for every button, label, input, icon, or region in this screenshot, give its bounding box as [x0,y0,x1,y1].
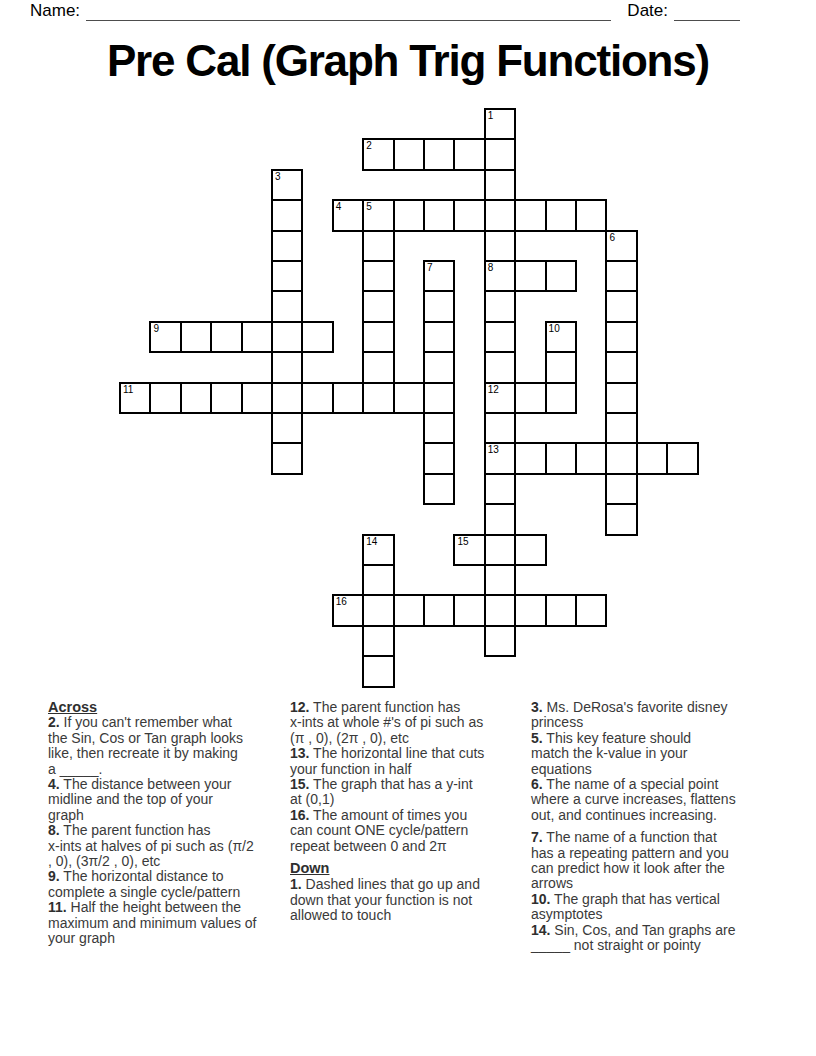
cell-r5c13[interactable] [514,260,546,292]
cell-r3c9[interactable] [393,199,425,231]
clue-number: 4. [48,776,60,792]
clue-across-8: 8. The parent function hasx-ints at halv… [48,823,282,869]
cell-r7c10[interactable] [423,321,455,353]
clue-across-13: 13. The horizontal line that cutsyour fu… [290,746,528,777]
cell-r6c16[interactable] [605,290,637,322]
cell-r10c12[interactable] [484,412,516,444]
down-header: Down [290,861,528,876]
clue-number: 15. [290,776,309,792]
cell-number-8: 8 [488,262,494,273]
cell-r16c15[interactable] [575,594,607,626]
clue-across-16: 16. The amount of times youcan count ONE… [290,808,528,854]
clue-column-1: Across2. If you can't remember whatthe S… [48,700,282,947]
cell-r9c14[interactable] [545,382,577,414]
cell-r6c5[interactable] [271,290,303,322]
cell-r16c7[interactable]: 16 [332,594,364,626]
clue-number: 13. [290,745,309,761]
cell-number-6: 6 [609,232,615,243]
clue-down-14: 14. Sin, Cos, and Tan graphs are_____ no… [531,923,771,954]
cell-r7c1[interactable]: 9 [149,321,181,353]
cell-r9c10[interactable] [423,382,455,414]
clue-number: 14. [531,922,550,938]
clue-across-4: 4. The distance between yourmidline and … [48,777,282,823]
cell-number-12: 12 [488,384,499,395]
cell-r7c8[interactable] [362,321,394,353]
clue-number: 9. [48,868,60,884]
cell-r11c16[interactable] [605,442,637,474]
cell-r14c12[interactable] [484,534,516,566]
cell-r15c8[interactable] [362,564,394,596]
cell-r7c14[interactable]: 10 [545,321,577,353]
cell-r16c12[interactable] [484,594,516,626]
cell-r12c12[interactable] [484,473,516,505]
cell-r3c11[interactable] [453,199,485,231]
clue-across-11: 11. Half the height between themaximum a… [48,900,282,946]
cell-r3c15[interactable] [575,199,607,231]
clue-number: 6. [531,776,543,792]
clue-down-5: 5. This key feature shouldmatch the k-va… [531,731,771,777]
cell-r9c5[interactable] [271,382,303,414]
cell-r9c6[interactable] [301,382,333,414]
clue-across-15: 15. The graph that has a y-intat (0,1) [290,777,528,808]
cell-r16c9[interactable] [393,594,425,626]
cell-r11c5[interactable] [271,442,303,474]
cell-r8c16[interactable] [605,351,637,383]
worksheet-page: Name: Date: Pre Cal (Graph Trig Function… [0,0,816,1056]
clue-number: 7. [531,829,543,845]
cell-r0c12[interactable]: 1 [484,108,516,140]
cell-r9c9[interactable] [393,382,425,414]
cell-number-3: 3 [275,171,281,182]
cell-r9c7[interactable] [332,382,364,414]
date-label: Date: [627,1,668,21]
cell-r16c11[interactable] [453,594,485,626]
cell-r18c8[interactable] [362,655,394,687]
cell-r8c8[interactable] [362,351,394,383]
cell-r17c8[interactable] [362,625,394,657]
cell-number-14: 14 [366,536,377,547]
cell-r5c8[interactable] [362,260,394,292]
cell-r16c14[interactable] [545,594,577,626]
cell-r14c13[interactable] [514,534,546,566]
cell-r15c12[interactable] [484,564,516,596]
cell-number-15: 15 [457,536,468,547]
clue-down-6: 6. The name of a special pointwhere a cu… [531,777,771,823]
crossword-grid: 12345678910111213141516 [119,108,699,688]
clue-down-7: 7. The name of a function thathas a repe… [531,830,771,892]
clue-number: 8. [48,822,60,838]
cell-r7c5[interactable] [271,321,303,353]
cell-r8c12[interactable] [484,351,516,383]
cell-r7c16[interactable] [605,321,637,353]
cell-r1c9[interactable] [393,138,425,170]
cell-number-16: 16 [336,596,347,607]
cell-r1c12[interactable] [484,138,516,170]
cell-r7c6[interactable] [301,321,333,353]
cell-r11c18[interactable] [666,442,698,474]
cell-r14c8[interactable]: 14 [362,534,394,566]
cell-r11c13[interactable] [514,442,546,474]
cell-number-7: 7 [427,262,433,273]
cell-r4c8[interactable] [362,230,394,262]
cell-r8c5[interactable] [271,351,303,383]
clue-down-1: 1. Dashed lines that go up anddown that … [290,877,528,923]
cell-r9c3[interactable] [210,382,242,414]
cell-r1c10[interactable] [423,138,455,170]
cell-r13c16[interactable] [605,503,637,535]
cell-number-10: 10 [549,323,560,334]
cell-r11c14[interactable] [545,442,577,474]
clue-down-10: 10. The graph that has verticalasymptote… [531,892,771,923]
cell-r9c0[interactable]: 11 [119,382,151,414]
cell-r16c10[interactable] [423,594,455,626]
cell-r5c10[interactable]: 7 [423,260,455,292]
cell-r5c16[interactable] [605,260,637,292]
cell-r11c15[interactable] [575,442,607,474]
cell-r10c5[interactable] [271,412,303,444]
clue-across-12: 12. The parent function hasx-ints at who… [290,700,528,746]
cell-r8c14[interactable] [545,351,577,383]
cell-r9c8[interactable] [362,382,394,414]
cell-r10c16[interactable] [605,412,637,444]
clue-number: 10. [531,891,550,907]
cell-r7c2[interactable] [180,321,212,353]
across-header: Across [48,700,282,715]
cell-r16c13[interactable] [514,594,546,626]
cell-r3c12[interactable] [484,199,516,231]
clue-number: 1. [290,876,302,892]
cell-r17c12[interactable] [484,625,516,657]
cell-number-9: 9 [153,323,159,334]
cell-r11c12[interactable]: 13 [484,442,516,474]
cell-number-5: 5 [366,201,372,212]
cell-r6c8[interactable] [362,290,394,322]
cell-r1c11[interactable] [453,138,485,170]
clue-number: 3. [531,699,543,715]
cell-r12c16[interactable] [605,473,637,505]
cell-r3c8[interactable]: 5 [362,199,394,231]
cell-r14c11[interactable]: 15 [453,534,485,566]
cell-r7c4[interactable] [241,321,273,353]
cell-r11c10[interactable] [423,442,455,474]
name-date-row: Name: Date: [30,3,740,21]
clue-number: 2. [48,714,60,730]
cell-number-4: 4 [336,201,342,212]
cell-r6c12[interactable] [484,290,516,322]
cell-r3c13[interactable] [514,199,546,231]
clue-across-9: 9. The horizontal distance tocomplete a … [48,869,282,900]
cell-r11c17[interactable] [636,442,668,474]
name-blank-line [86,8,611,21]
cell-r9c1[interactable] [149,382,181,414]
cell-r9c13[interactable] [514,382,546,414]
clue-column-2: 12. The parent function hasx-ints at who… [290,700,528,924]
cell-r3c5[interactable] [271,199,303,231]
cell-r9c12[interactable]: 12 [484,382,516,414]
clue-number: 16. [290,807,309,823]
cell-r9c2[interactable] [180,382,212,414]
cell-r5c5[interactable] [271,260,303,292]
cell-r1c8[interactable]: 2 [362,138,394,170]
clue-down-3: 3. Ms. DeRosa's favorite disneyprincess [531,700,771,731]
cell-r3c14[interactable] [545,199,577,231]
clue-number: 11. [48,899,67,915]
cell-r13c12[interactable] [484,503,516,535]
cell-r8c10[interactable] [423,351,455,383]
cell-r7c3[interactable] [210,321,242,353]
cell-number-1: 1 [488,110,494,121]
cell-r10c10[interactable] [423,412,455,444]
clue-number: 12. [290,699,309,715]
cell-r9c4[interactable] [241,382,273,414]
date-blank-line [674,8,740,21]
cell-number-13: 13 [488,444,499,455]
cell-r3c10[interactable] [423,199,455,231]
cell-r7c12[interactable] [484,321,516,353]
name-label: Name: [30,1,80,21]
cell-r2c5[interactable]: 3 [271,169,303,201]
clue-number: 5. [531,730,543,746]
cell-number-11: 11 [123,384,133,395]
clue-column-3: 3. Ms. DeRosa's favorite disneyprincess5… [531,700,771,954]
cell-r9c16[interactable] [605,382,637,414]
cell-r12c10[interactable] [423,473,455,505]
cell-r16c8[interactable] [362,594,394,626]
clue-across-2: 2. If you can't remember whatthe Sin, Co… [48,715,282,777]
cell-r4c16[interactable]: 6 [605,230,637,262]
cell-r5c12[interactable]: 8 [484,260,516,292]
cell-r4c5[interactable] [271,230,303,262]
cell-r6c10[interactable] [423,290,455,322]
cell-number-2: 2 [366,140,372,151]
page-title: Pre Cal (Graph Trig Functions) [0,36,816,86]
cell-r5c14[interactable] [545,260,577,292]
cell-r2c12[interactable] [484,169,516,201]
cell-r3c7[interactable]: 4 [332,199,364,231]
cell-r4c12[interactable] [484,230,516,262]
